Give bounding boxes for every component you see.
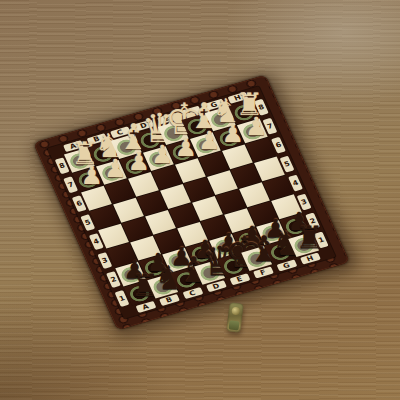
clasp-knob-icon xyxy=(231,307,240,316)
board-inner-frame: ABCDEFGH 87654321 ♜♞♝♛♚♝♞♜♟♟♟♟♟♟♟♟♟♟♟♟♟♟… xyxy=(47,86,335,319)
table-background: ABCDEFGH 87654321 ♜♞♝♛♚♝♞♜♟♟♟♟♟♟♟♟♟♟♟♟♟♟… xyxy=(0,0,400,400)
clasp-tail xyxy=(229,320,240,330)
scene: ABCDEFGH 87654321 ♜♞♝♛♚♝♞♜♟♟♟♟♟♟♟♟♟♟♟♟♟♟… xyxy=(0,0,400,400)
chess-board: ABCDEFGH 87654321 ♜♞♝♛♚♝♞♜♟♟♟♟♟♟♟♟♟♟♟♟♟♟… xyxy=(33,75,350,330)
